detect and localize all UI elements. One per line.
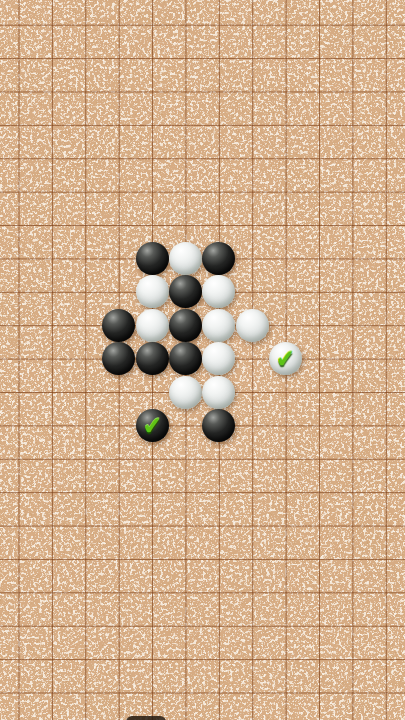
stone-white (169, 242, 202, 275)
stone-white (202, 275, 235, 308)
stone-black (202, 409, 235, 442)
stone-black (169, 309, 202, 342)
stone-black (202, 242, 235, 275)
stone-black (169, 275, 202, 308)
stone-black (136, 242, 169, 275)
stone-white (202, 376, 235, 409)
stone-black (136, 342, 169, 375)
gomoku-game-screen: ✔✔ (0, 0, 405, 720)
stone-white (136, 275, 169, 308)
stones-layer: ✔✔ (0, 0, 405, 720)
stone-black (102, 309, 135, 342)
checkmark-icon: ✔ (134, 408, 169, 443)
stone-white-last-move[interactable]: ✔ (269, 342, 302, 375)
stone-black-last-move[interactable]: ✔ (136, 409, 169, 442)
stone-white (136, 309, 169, 342)
stone-white (236, 309, 269, 342)
stone-white (202, 342, 235, 375)
bottom-edge-element (126, 716, 166, 720)
stone-white (169, 376, 202, 409)
stone-white (202, 309, 235, 342)
checkmark-icon: ✔ (268, 341, 303, 376)
stone-black (102, 342, 135, 375)
stone-black (169, 342, 202, 375)
